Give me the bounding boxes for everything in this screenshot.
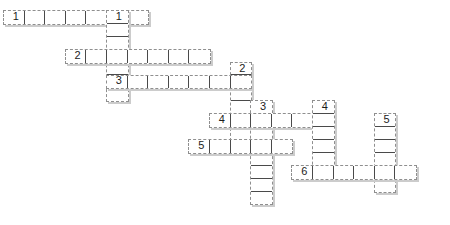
crossword-board: 11223344556 bbox=[0, 0, 450, 225]
crossword-cell[interactable] bbox=[375, 127, 396, 140]
crossword-cell[interactable] bbox=[375, 166, 396, 179]
crossword-cell[interactable] bbox=[313, 140, 334, 153]
crossword-cell[interactable] bbox=[25, 11, 46, 24]
crossword-cell[interactable] bbox=[231, 76, 252, 89]
crossword-cell[interactable] bbox=[45, 11, 66, 24]
crossword-cell[interactable] bbox=[375, 179, 396, 192]
crossword-cell[interactable] bbox=[128, 50, 149, 63]
crossword-cell[interactable] bbox=[169, 76, 190, 89]
word-strip-6-across bbox=[291, 165, 417, 180]
crossword-cell[interactable] bbox=[231, 127, 252, 140]
crossword-cell[interactable] bbox=[107, 50, 128, 63]
crossword-cell[interactable] bbox=[375, 140, 396, 153]
crossword-cell[interactable] bbox=[251, 179, 272, 192]
crossword-cell[interactable] bbox=[86, 50, 107, 63]
word-strip-3-across bbox=[106, 75, 252, 90]
crossword-cell[interactable] bbox=[313, 166, 334, 179]
crossword-cell[interactable] bbox=[107, 88, 128, 101]
crossword-cell[interactable] bbox=[4, 11, 25, 24]
crossword-cell[interactable] bbox=[189, 140, 210, 153]
crossword-cell[interactable] bbox=[107, 76, 128, 89]
word-strip-2-across bbox=[65, 49, 211, 64]
crossword-cell[interactable] bbox=[107, 24, 128, 37]
crossword-cell[interactable] bbox=[231, 114, 252, 127]
crossword-cell[interactable] bbox=[251, 114, 272, 127]
crossword-cell[interactable] bbox=[148, 50, 169, 63]
crossword-cell[interactable] bbox=[292, 166, 313, 179]
crossword-cell[interactable] bbox=[272, 140, 293, 153]
crossword-cell[interactable] bbox=[210, 114, 231, 127]
crossword-cell[interactable] bbox=[251, 153, 272, 166]
crossword-cell[interactable] bbox=[210, 76, 231, 89]
crossword-cell[interactable] bbox=[231, 88, 252, 101]
crossword-cell[interactable] bbox=[395, 166, 416, 179]
crossword-cell[interactable] bbox=[231, 140, 252, 153]
crossword-cell[interactable] bbox=[66, 50, 87, 63]
crossword-cell[interactable] bbox=[251, 140, 272, 153]
crossword-cell[interactable] bbox=[148, 76, 169, 89]
crossword-cell[interactable] bbox=[313, 114, 334, 127]
crossword-cell[interactable] bbox=[251, 166, 272, 179]
crossword-cell[interactable] bbox=[189, 50, 210, 63]
crossword-cell[interactable] bbox=[107, 11, 128, 24]
crossword-cell[interactable] bbox=[128, 76, 149, 89]
crossword-cell[interactable] bbox=[272, 114, 293, 127]
crossword-cell[interactable] bbox=[210, 140, 231, 153]
crossword-cell[interactable] bbox=[375, 114, 396, 127]
crossword-cell[interactable] bbox=[189, 76, 210, 89]
crossword-cell[interactable] bbox=[86, 11, 107, 24]
word-strip-5-across bbox=[188, 139, 293, 154]
crossword-cell[interactable] bbox=[66, 11, 87, 24]
crossword-cell[interactable] bbox=[313, 101, 334, 114]
crossword-cell[interactable] bbox=[313, 127, 334, 140]
crossword-cell[interactable] bbox=[354, 166, 375, 179]
crossword-cell[interactable] bbox=[128, 11, 149, 24]
crossword-cell[interactable] bbox=[251, 192, 272, 205]
word-strip-5-down bbox=[374, 113, 397, 192]
crossword-cell[interactable] bbox=[169, 50, 190, 63]
crossword-cell[interactable] bbox=[292, 114, 313, 127]
word-strip-2-down bbox=[230, 62, 253, 141]
crossword-cell[interactable] bbox=[334, 166, 355, 179]
